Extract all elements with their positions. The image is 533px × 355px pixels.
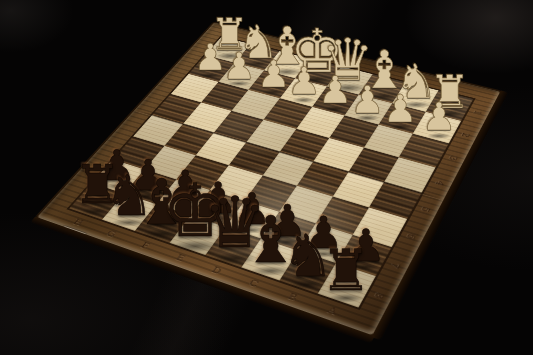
piece-white-pawn-e2[interactable]: ♟ (287, 64, 321, 102)
rank-label-5: 5 (402, 196, 449, 223)
piece-white-pawn-c2[interactable]: ♟ (350, 81, 384, 119)
photo-stage: HGFEDCBA 12345678 ♜♞♝♛♚♝♞♜♟♟♟♟♟♟♟♟♟♟♟♟♟♟… (0, 0, 533, 355)
rank-label-6: 6 (387, 222, 435, 250)
piece-white-pawn-a2[interactable]: ♟ (422, 99, 457, 138)
piece-white-pawn-d2[interactable]: ♟ (318, 72, 352, 110)
piece-white-pawn-g2[interactable]: ♟ (223, 47, 256, 84)
rank-label-3: 3 (431, 146, 475, 170)
piece-white-pawn-f2[interactable]: ♟ (257, 55, 290, 92)
piece-white-pawn-b2[interactable]: ♟ (383, 89, 417, 127)
rank-label-4: 4 (417, 170, 463, 195)
piece-black-rook-a8[interactable]: ♜ (321, 243, 371, 299)
